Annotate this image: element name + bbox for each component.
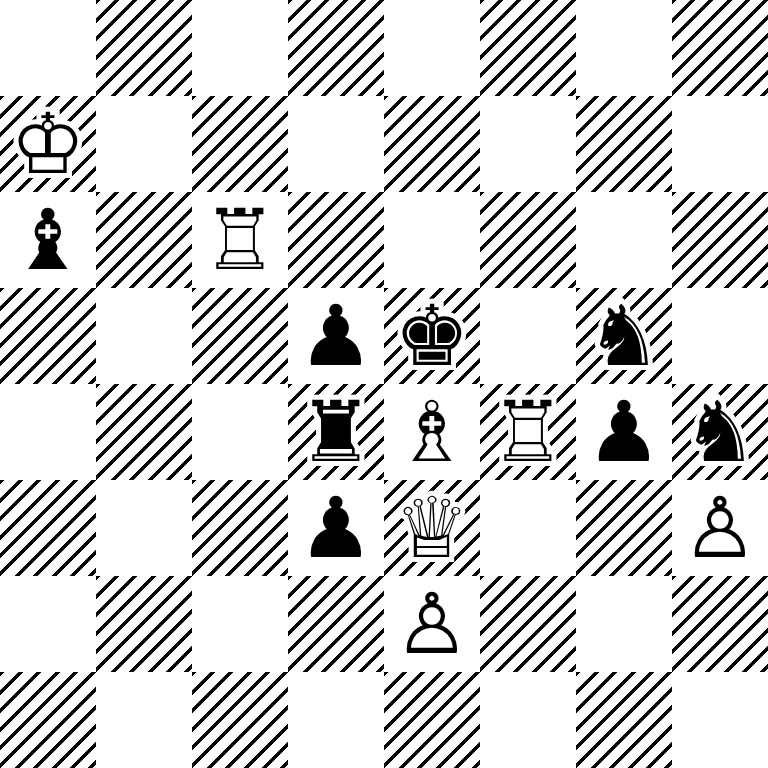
- white-king-glyph: ♔: [0, 96, 96, 192]
- square-b5[interactable]: [96, 288, 192, 384]
- piece-black-bishop-a6[interactable]: ♝♝: [0, 192, 96, 288]
- black-rook-glyph: ♜: [288, 384, 384, 480]
- square-c5[interactable]: [192, 288, 288, 384]
- square-c6[interactable]: ♜♖: [192, 192, 288, 288]
- square-c1[interactable]: [192, 672, 288, 768]
- white-bishop-glyph: ♗: [384, 384, 480, 480]
- square-e6[interactable]: [384, 192, 480, 288]
- square-h4[interactable]: ♞♞: [672, 384, 768, 480]
- square-g3[interactable]: [576, 480, 672, 576]
- square-f6[interactable]: [480, 192, 576, 288]
- white-pawn-glyph: ♙: [384, 576, 480, 672]
- square-d2[interactable]: [288, 576, 384, 672]
- square-e3[interactable]: ♛♕: [384, 480, 480, 576]
- black-knight-glyph: ♞: [672, 384, 768, 480]
- square-g6[interactable]: [576, 192, 672, 288]
- piece-white-rook-c6[interactable]: ♜♖: [192, 192, 288, 288]
- black-bishop-glyph: ♝: [0, 192, 96, 288]
- square-g5[interactable]: ♞♞: [576, 288, 672, 384]
- white-rook-glyph: ♖: [480, 384, 576, 480]
- square-a2[interactable]: [0, 576, 96, 672]
- square-c2[interactable]: [192, 576, 288, 672]
- square-h2[interactable]: [672, 576, 768, 672]
- square-e1[interactable]: [384, 672, 480, 768]
- square-g1[interactable]: [576, 672, 672, 768]
- square-e7[interactable]: [384, 96, 480, 192]
- piece-white-pawn-h3[interactable]: ♟♙: [672, 480, 768, 576]
- square-b3[interactable]: [96, 480, 192, 576]
- black-pawn-glyph: ♟: [288, 288, 384, 384]
- square-b1[interactable]: [96, 672, 192, 768]
- piece-white-bishop-e4[interactable]: ♝♗: [384, 384, 480, 480]
- square-d3[interactable]: ♟♟: [288, 480, 384, 576]
- black-pawn-glyph: ♟: [576, 384, 672, 480]
- square-g2[interactable]: [576, 576, 672, 672]
- square-a5[interactable]: [0, 288, 96, 384]
- piece-white-pawn-e2[interactable]: ♟♙: [384, 576, 480, 672]
- piece-white-rook-f4[interactable]: ♜♖: [480, 384, 576, 480]
- square-f5[interactable]: [480, 288, 576, 384]
- square-d6[interactable]: [288, 192, 384, 288]
- square-f1[interactable]: [480, 672, 576, 768]
- white-queen-glyph: ♕: [384, 480, 480, 576]
- square-h5[interactable]: [672, 288, 768, 384]
- black-king-glyph: ♚: [384, 288, 480, 384]
- square-e2[interactable]: ♟♙: [384, 576, 480, 672]
- square-f8[interactable]: [480, 0, 576, 96]
- chess-board: ♚♔♝♝♜♖♟♟♚♚♞♞♜♜♝♗♜♖♟♟♞♞♟♟♛♕♟♙♟♙: [0, 0, 768, 768]
- piece-black-king-e5[interactable]: ♚♚: [384, 288, 480, 384]
- square-g8[interactable]: [576, 0, 672, 96]
- white-rook-glyph: ♖: [192, 192, 288, 288]
- square-d8[interactable]: [288, 0, 384, 96]
- black-pawn-glyph: ♟: [288, 480, 384, 576]
- square-h1[interactable]: [672, 672, 768, 768]
- square-a4[interactable]: [0, 384, 96, 480]
- square-c7[interactable]: [192, 96, 288, 192]
- square-h8[interactable]: [672, 0, 768, 96]
- square-a7[interactable]: ♚♔: [0, 96, 96, 192]
- square-b8[interactable]: [96, 0, 192, 96]
- square-e5[interactable]: ♚♚: [384, 288, 480, 384]
- piece-white-king-a7[interactable]: ♚♔: [0, 96, 96, 192]
- square-a8[interactable]: [0, 0, 96, 96]
- square-h6[interactable]: [672, 192, 768, 288]
- square-f4[interactable]: ♜♖: [480, 384, 576, 480]
- square-h7[interactable]: [672, 96, 768, 192]
- square-e4[interactable]: ♝♗: [384, 384, 480, 480]
- square-g4[interactable]: ♟♟: [576, 384, 672, 480]
- square-e8[interactable]: [384, 0, 480, 96]
- square-c3[interactable]: [192, 480, 288, 576]
- piece-black-knight-g5[interactable]: ♞♞: [576, 288, 672, 384]
- black-knight-glyph: ♞: [576, 288, 672, 384]
- piece-white-queen-e3[interactable]: ♛♕: [384, 480, 480, 576]
- piece-black-knight-h4[interactable]: ♞♞: [672, 384, 768, 480]
- square-d4[interactable]: ♜♜: [288, 384, 384, 480]
- square-f7[interactable]: [480, 96, 576, 192]
- piece-black-pawn-d5[interactable]: ♟♟: [288, 288, 384, 384]
- square-b7[interactable]: [96, 96, 192, 192]
- square-d1[interactable]: [288, 672, 384, 768]
- piece-black-pawn-g4[interactable]: ♟♟: [576, 384, 672, 480]
- square-b6[interactable]: [96, 192, 192, 288]
- square-g7[interactable]: [576, 96, 672, 192]
- piece-black-pawn-d3[interactable]: ♟♟: [288, 480, 384, 576]
- piece-black-rook-d4[interactable]: ♜♜: [288, 384, 384, 480]
- square-f2[interactable]: [480, 576, 576, 672]
- square-a6[interactable]: ♝♝: [0, 192, 96, 288]
- square-d5[interactable]: ♟♟: [288, 288, 384, 384]
- square-d7[interactable]: [288, 96, 384, 192]
- square-a1[interactable]: [0, 672, 96, 768]
- square-c8[interactable]: [192, 0, 288, 96]
- square-b2[interactable]: [96, 576, 192, 672]
- square-h3[interactable]: ♟♙: [672, 480, 768, 576]
- white-pawn-glyph: ♙: [672, 480, 768, 576]
- square-f3[interactable]: [480, 480, 576, 576]
- square-a3[interactable]: [0, 480, 96, 576]
- square-c4[interactable]: [192, 384, 288, 480]
- square-b4[interactable]: [96, 384, 192, 480]
